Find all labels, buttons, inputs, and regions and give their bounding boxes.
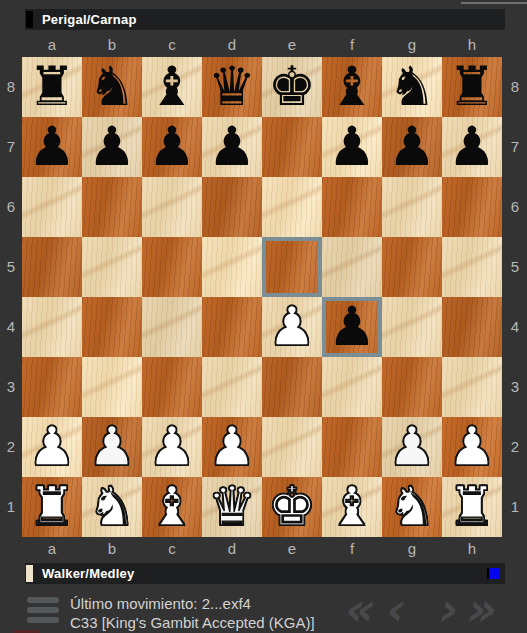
- piece-black-pawn[interactable]: ♟: [328, 297, 376, 357]
- piece-black-pawn[interactable]: ♟: [448, 117, 496, 177]
- square-b4[interactable]: [82, 297, 142, 357]
- square-d3[interactable]: [202, 357, 262, 417]
- square-a6[interactable]: [22, 177, 82, 237]
- square-g6[interactable]: [382, 177, 442, 237]
- square-g2[interactable]: ♟: [382, 417, 442, 477]
- rank-label-6: 6: [503, 177, 527, 237]
- piece-white-pawn[interactable]: ♟: [208, 417, 256, 477]
- rank-label-5: 5: [0, 237, 22, 297]
- square-b2[interactable]: ♟: [82, 417, 142, 477]
- opening-label: C33 [King's Gambit Accepted (KGA)]: [70, 613, 315, 632]
- square-g1[interactable]: ♞: [382, 477, 442, 537]
- piece-white-pawn[interactable]: ♟: [88, 417, 136, 477]
- file-label-e: e: [262, 34, 322, 56]
- piece-black-pawn[interactable]: ♟: [88, 117, 136, 177]
- square-f6[interactable]: [322, 177, 382, 237]
- piece-black-bishop[interactable]: ♝: [148, 57, 196, 117]
- hamburger-menu-icon[interactable]: [27, 597, 59, 627]
- rank-label-4: 4: [0, 297, 22, 357]
- square-b1[interactable]: ♞: [82, 477, 142, 537]
- rank-label-3: 3: [0, 357, 22, 417]
- square-e3[interactable]: [262, 357, 322, 417]
- hamburger-bar: [27, 607, 59, 613]
- square-f4[interactable]: ♟: [322, 297, 382, 357]
- rank-label-8: 8: [0, 57, 22, 117]
- go-prev-button[interactable]: ‹: [383, 584, 402, 633]
- square-f5[interactable]: [322, 237, 382, 297]
- files-labels-bottom: abcdefgh: [22, 538, 502, 560]
- white-color-indicator: [26, 565, 33, 582]
- square-e8[interactable]: ♚: [262, 57, 322, 117]
- ranks-labels-right: 87654321: [503, 57, 527, 537]
- square-a7[interactable]: ♟: [22, 117, 82, 177]
- square-h2[interactable]: ♟: [442, 417, 502, 477]
- square-e6[interactable]: [262, 177, 322, 237]
- file-label-a: a: [22, 34, 82, 56]
- bottom-player-bar: Walker/Medley: [25, 563, 505, 584]
- square-c4[interactable]: [142, 297, 202, 357]
- square-e5[interactable]: [262, 237, 322, 297]
- rank-label-8: 8: [503, 57, 527, 117]
- piece-black-knight[interactable]: ♞: [388, 57, 436, 117]
- square-g8[interactable]: ♞: [382, 57, 442, 117]
- square-f3[interactable]: [322, 357, 382, 417]
- square-d7[interactable]: ♟: [202, 117, 262, 177]
- piece-black-king[interactable]: ♚: [268, 57, 316, 117]
- piece-black-pawn[interactable]: ♟: [388, 117, 436, 177]
- square-h5[interactable]: [442, 237, 502, 297]
- square-a8[interactable]: ♜: [22, 57, 82, 117]
- square-b7[interactable]: ♟: [82, 117, 142, 177]
- last-move-label: Último movimiento: 2...exf4: [70, 594, 315, 613]
- rank-label-2: 2: [503, 417, 527, 477]
- square-a5[interactable]: [22, 237, 82, 297]
- hamburger-bar: [27, 617, 59, 623]
- square-a3[interactable]: [22, 357, 82, 417]
- square-b3[interactable]: [82, 357, 142, 417]
- square-g7[interactable]: ♟: [382, 117, 442, 177]
- rank-label-1: 1: [0, 477, 22, 537]
- piece-black-pawn[interactable]: ♟: [208, 117, 256, 177]
- piece-white-bishop[interactable]: ♝: [148, 477, 196, 537]
- piece-black-rook[interactable]: ♜: [448, 57, 496, 117]
- rank-label-7: 7: [0, 117, 22, 177]
- piece-white-knight[interactable]: ♞: [388, 477, 436, 537]
- square-d5[interactable]: [202, 237, 262, 297]
- square-g5[interactable]: [382, 237, 442, 297]
- square-c1[interactable]: ♝: [142, 477, 202, 537]
- piece-black-pawn[interactable]: ♟: [28, 117, 76, 177]
- square-d1[interactable]: ♛: [202, 477, 262, 537]
- square-c7[interactable]: ♟: [142, 117, 202, 177]
- square-e7[interactable]: [262, 117, 322, 177]
- rank-label-5: 5: [503, 237, 527, 297]
- piece-white-pawn[interactable]: ♟: [148, 417, 196, 477]
- rank-label-6: 6: [0, 177, 22, 237]
- piece-white-rook[interactable]: ♜: [448, 477, 496, 537]
- piece-white-queen[interactable]: ♛: [208, 477, 256, 537]
- square-f7[interactable]: ♟: [322, 117, 382, 177]
- rank-label-4: 4: [503, 297, 527, 357]
- piece-white-rook[interactable]: ♜: [28, 477, 76, 537]
- file-label-f: f: [322, 34, 382, 56]
- square-c3[interactable]: [142, 357, 202, 417]
- piece-white-pawn[interactable]: ♟: [448, 417, 496, 477]
- square-a1[interactable]: ♜: [22, 477, 82, 537]
- piece-black-queen[interactable]: ♛: [208, 57, 256, 117]
- rank-label-1: 1: [503, 477, 527, 537]
- piece-black-knight[interactable]: ♞: [88, 57, 136, 117]
- file-label-f: f: [322, 538, 382, 560]
- square-b8[interactable]: ♞: [82, 57, 142, 117]
- piece-white-pawn[interactable]: ♟: [268, 297, 316, 357]
- black-color-indicator: [26, 11, 33, 28]
- square-d2[interactable]: ♟: [202, 417, 262, 477]
- piece-white-knight[interactable]: ♞: [88, 477, 136, 537]
- square-h1[interactable]: ♜: [442, 477, 502, 537]
- file-label-g: g: [382, 34, 442, 56]
- square-c5[interactable]: [142, 237, 202, 297]
- square-a4[interactable]: [22, 297, 82, 357]
- file-label-b: b: [82, 34, 142, 56]
- file-label-e: e: [262, 538, 322, 560]
- file-label-a: a: [22, 538, 82, 560]
- piece-white-king[interactable]: ♚: [268, 477, 316, 537]
- square-c6[interactable]: [142, 177, 202, 237]
- file-label-d: d: [202, 34, 262, 56]
- piece-white-pawn[interactable]: ♟: [388, 417, 436, 477]
- square-d6[interactable]: [202, 177, 262, 237]
- square-g4[interactable]: [382, 297, 442, 357]
- hamburger-bar: [27, 597, 59, 603]
- piece-black-pawn[interactable]: ♟: [148, 117, 196, 177]
- go-first-button[interactable]: «: [342, 584, 372, 633]
- file-label-h: h: [442, 34, 502, 56]
- piece-white-pawn[interactable]: ♟: [28, 417, 76, 477]
- square-e4[interactable]: ♟: [262, 297, 322, 357]
- square-d8[interactable]: ♛: [202, 57, 262, 117]
- file-label-c: c: [142, 538, 202, 560]
- square-c2[interactable]: ♟: [142, 417, 202, 477]
- turn-indicator: [487, 568, 500, 579]
- file-label-b: b: [82, 538, 142, 560]
- top-player-bar: Perigal/Carnap: [25, 9, 505, 30]
- square-h6[interactable]: [442, 177, 502, 237]
- square-e1[interactable]: ♚: [262, 477, 322, 537]
- square-d4[interactable]: [202, 297, 262, 357]
- square-b5[interactable]: [82, 237, 142, 297]
- ranks-labels-left: 87654321: [0, 57, 22, 537]
- square-h8[interactable]: ♜: [442, 57, 502, 117]
- move-status-text: Último movimiento: 2...exf4 C33 [King's …: [70, 594, 315, 632]
- file-label-d: d: [202, 538, 262, 560]
- piece-black-bishop[interactable]: ♝: [328, 57, 376, 117]
- square-h3[interactable]: [442, 357, 502, 417]
- rank-label-3: 3: [503, 357, 527, 417]
- piece-white-bishop[interactable]: ♝: [328, 477, 376, 537]
- rank-label-2: 2: [0, 417, 22, 477]
- square-c8[interactable]: ♝: [142, 57, 202, 117]
- square-h7[interactable]: ♟: [442, 117, 502, 177]
- piece-black-rook[interactable]: ♜: [28, 57, 76, 117]
- chess-app: Perigal/Carnap abcdefgh 87654321 ♜♞♝♛♚♝♞…: [0, 0, 527, 633]
- go-last-button[interactable]: »: [464, 584, 494, 633]
- bottom-player-name: Walker/Medley: [42, 566, 134, 581]
- square-e2[interactable]: [262, 417, 322, 477]
- top-player-name: Perigal/Carnap: [42, 12, 137, 27]
- file-label-c: c: [142, 34, 202, 56]
- file-label-h: h: [442, 538, 502, 560]
- board: ♜♞♝♛♚♝♞♜♟♟♟♟♟♟♟♟♟♟♟♟♟♟♟♜♞♝♛♚♝♞♜: [22, 57, 502, 537]
- file-label-g: g: [382, 538, 442, 560]
- square-h4[interactable]: [442, 297, 502, 357]
- square-g3[interactable]: [382, 357, 442, 417]
- go-next-button[interactable]: ›: [436, 584, 455, 633]
- square-a2[interactable]: ♟: [22, 417, 82, 477]
- square-b6[interactable]: [82, 177, 142, 237]
- square-f2[interactable]: [322, 417, 382, 477]
- files-labels-top: abcdefgh: [22, 34, 502, 56]
- square-f8[interactable]: ♝: [322, 57, 382, 117]
- top-edge-line: [461, 2, 527, 4]
- square-f1[interactable]: ♝: [322, 477, 382, 537]
- piece-black-pawn[interactable]: ♟: [328, 117, 376, 177]
- rank-label-7: 7: [503, 117, 527, 177]
